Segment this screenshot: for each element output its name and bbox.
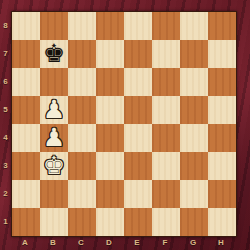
rank-label-4: 4 (0, 123, 11, 151)
square-f3[interactable] (152, 152, 180, 180)
square-d2[interactable] (96, 180, 124, 208)
square-f7[interactable] (152, 40, 180, 68)
rank-label-2: 2 (0, 179, 11, 207)
square-a5[interactable] (12, 96, 40, 124)
square-h4[interactable] (208, 124, 236, 152)
file-labels: ABCDEFGH (11, 236, 235, 249)
square-e4[interactable] (124, 124, 152, 152)
file-label-g: G (179, 236, 207, 249)
square-d8[interactable] (96, 12, 124, 40)
square-b7[interactable]: ♚ (40, 40, 68, 68)
square-g6[interactable] (180, 68, 208, 96)
rank-label-6: 6 (0, 67, 11, 95)
square-g8[interactable] (180, 12, 208, 40)
square-f8[interactable] (152, 12, 180, 40)
square-e7[interactable] (124, 40, 152, 68)
square-d6[interactable] (96, 68, 124, 96)
square-b1[interactable] (40, 208, 68, 236)
square-d3[interactable] (96, 152, 124, 180)
square-e6[interactable] (124, 68, 152, 96)
black-king[interactable]: ♚ (43, 40, 65, 68)
square-a1[interactable] (12, 208, 40, 236)
square-f6[interactable] (152, 68, 180, 96)
square-d4[interactable] (96, 124, 124, 152)
file-label-h: H (207, 236, 235, 249)
square-a6[interactable] (12, 68, 40, 96)
chess-board: ♚♟♟♚ (11, 11, 237, 237)
file-label-d: D (95, 236, 123, 249)
white-king[interactable]: ♚ (43, 152, 65, 180)
square-f5[interactable] (152, 96, 180, 124)
square-c6[interactable] (68, 68, 96, 96)
square-c1[interactable] (68, 208, 96, 236)
square-h2[interactable] (208, 180, 236, 208)
square-b8[interactable] (40, 12, 68, 40)
square-g1[interactable] (180, 208, 208, 236)
square-e8[interactable] (124, 12, 152, 40)
file-label-e: E (123, 236, 151, 249)
square-c8[interactable] (68, 12, 96, 40)
square-b4[interactable]: ♟ (40, 124, 68, 152)
square-f4[interactable] (152, 124, 180, 152)
square-d1[interactable] (96, 208, 124, 236)
square-e2[interactable] (124, 180, 152, 208)
file-label-f: F (151, 236, 179, 249)
rank-label-8: 8 (0, 11, 11, 39)
rank-label-7: 7 (0, 39, 11, 67)
square-b6[interactable] (40, 68, 68, 96)
square-g7[interactable] (180, 40, 208, 68)
square-a4[interactable] (12, 124, 40, 152)
square-h3[interactable] (208, 152, 236, 180)
square-a8[interactable] (12, 12, 40, 40)
square-c4[interactable] (68, 124, 96, 152)
square-b5[interactable]: ♟ (40, 96, 68, 124)
square-h7[interactable] (208, 40, 236, 68)
square-b3[interactable]: ♚ (40, 152, 68, 180)
square-c7[interactable] (68, 40, 96, 68)
square-e5[interactable] (124, 96, 152, 124)
square-g3[interactable] (180, 152, 208, 180)
square-g5[interactable] (180, 96, 208, 124)
square-c2[interactable] (68, 180, 96, 208)
rank-labels: 87654321 (0, 11, 11, 235)
square-a2[interactable] (12, 180, 40, 208)
square-c3[interactable] (68, 152, 96, 180)
board-frame: ♚♟♟♚ 87654321 ABCDEFGH (0, 0, 250, 250)
square-d7[interactable] (96, 40, 124, 68)
file-label-a: A (11, 236, 39, 249)
white-pawn[interactable]: ♟ (43, 96, 65, 124)
rank-label-1: 1 (0, 207, 11, 235)
square-e3[interactable] (124, 152, 152, 180)
square-h8[interactable] (208, 12, 236, 40)
rank-label-5: 5 (0, 95, 11, 123)
file-label-c: C (67, 236, 95, 249)
square-d5[interactable] (96, 96, 124, 124)
square-e1[interactable] (124, 208, 152, 236)
file-label-b: B (39, 236, 67, 249)
square-g2[interactable] (180, 180, 208, 208)
square-b2[interactable] (40, 180, 68, 208)
square-h5[interactable] (208, 96, 236, 124)
white-pawn[interactable]: ♟ (43, 124, 65, 152)
square-c5[interactable] (68, 96, 96, 124)
square-a7[interactable] (12, 40, 40, 68)
square-f2[interactable] (152, 180, 180, 208)
square-f1[interactable] (152, 208, 180, 236)
square-h6[interactable] (208, 68, 236, 96)
square-g4[interactable] (180, 124, 208, 152)
rank-label-3: 3 (0, 151, 11, 179)
square-h1[interactable] (208, 208, 236, 236)
square-a3[interactable] (12, 152, 40, 180)
